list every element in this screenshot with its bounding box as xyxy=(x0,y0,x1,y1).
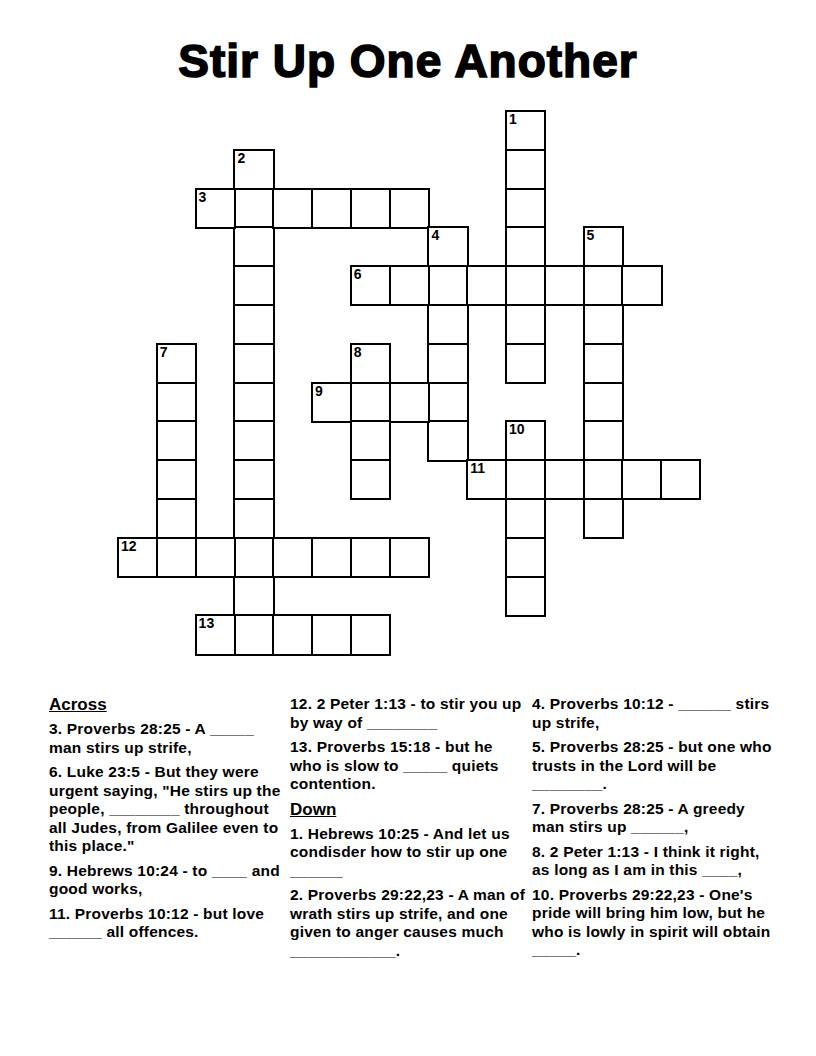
cell-r11c3[interactable] xyxy=(233,537,274,578)
cell-number-8: 8 xyxy=(354,345,362,360)
cell-r2c7[interactable] xyxy=(389,188,430,229)
cell-r4c6[interactable]: 6 xyxy=(350,265,391,306)
cell-r4c13[interactable] xyxy=(621,265,662,306)
cell-r9c3[interactable] xyxy=(233,459,274,500)
clue-across-6: 6. Luke 23:5 - But they were urgent sayi… xyxy=(49,763,286,856)
cell-number-6: 6 xyxy=(354,267,362,282)
cell-r7c8[interactable] xyxy=(427,382,468,423)
cell-r4c10[interactable] xyxy=(505,265,546,306)
cell-r10c1[interactable] xyxy=(156,498,197,539)
cell-r7c7[interactable] xyxy=(389,382,430,423)
cell-r11c6[interactable] xyxy=(350,537,391,578)
cell-r12c3[interactable] xyxy=(233,576,274,617)
cell-r9c10[interactable] xyxy=(505,459,546,500)
clue-down-5: 5. Proverbs 28:25 - but one who trusts i… xyxy=(532,738,780,794)
cell-r5c8[interactable] xyxy=(427,304,468,345)
cell-r2c5[interactable] xyxy=(311,188,352,229)
clue-down-8: 8. 2 Peter 1:13 - I think it right, as l… xyxy=(532,843,780,880)
clue-across-11: 11. Proverbs 10:12 - but love ______ all… xyxy=(49,905,286,942)
cell-r3c3[interactable] xyxy=(233,226,274,267)
clue-down-1: 1. Hebrews 10:25 - And let us condisder … xyxy=(290,825,527,881)
clue-column-3: 4. Proverbs 10:12 - ______ stirs up stri… xyxy=(532,695,780,966)
down-header: Down xyxy=(290,800,527,820)
cell-r6c1[interactable]: 7 xyxy=(156,343,197,384)
cell-r7c12[interactable] xyxy=(583,382,624,423)
cell-r12c10[interactable] xyxy=(505,576,546,617)
cell-r1c3[interactable]: 2 xyxy=(233,149,274,190)
cell-r11c5[interactable] xyxy=(311,537,352,578)
cell-r11c1[interactable] xyxy=(156,537,197,578)
cell-r4c8[interactable] xyxy=(427,265,468,306)
cell-r9c13[interactable] xyxy=(621,459,662,500)
clue-column-2: 12. 2 Peter 1:13 - to stir you up by way… xyxy=(290,695,527,966)
clue-down-2: 2. Proverbs 29:22,23 - A man of wrath st… xyxy=(290,886,527,960)
crossword-grid: 12345678910111213 xyxy=(117,110,701,656)
cell-r13c5[interactable] xyxy=(311,614,352,655)
cell-r6c6[interactable]: 8 xyxy=(350,343,391,384)
cell-r13c4[interactable] xyxy=(272,614,313,655)
cell-number-3: 3 xyxy=(199,190,207,205)
cell-r9c14[interactable] xyxy=(660,459,701,500)
cell-r4c3[interactable] xyxy=(233,265,274,306)
across-header: Across xyxy=(49,695,286,715)
cell-r4c12[interactable] xyxy=(583,265,624,306)
cell-r6c10[interactable] xyxy=(505,343,546,384)
clue-across-3: 3. Proverbs 28:25 - A _____ man stirs up… xyxy=(49,720,286,757)
cell-r5c10[interactable] xyxy=(505,304,546,345)
cell-r11c2[interactable] xyxy=(195,537,236,578)
page-title: Stir Up One Another xyxy=(0,34,816,88)
cell-r3c12[interactable]: 5 xyxy=(583,226,624,267)
cell-r9c12[interactable] xyxy=(583,459,624,500)
cell-number-10: 10 xyxy=(509,422,525,437)
cell-r13c6[interactable] xyxy=(350,614,391,655)
cell-r9c9[interactable]: 11 xyxy=(466,459,507,500)
cell-r11c10[interactable] xyxy=(505,537,546,578)
clue-column-1: Across3. Proverbs 28:25 - A _____ man st… xyxy=(49,695,286,948)
clue-across-13: 13. Proverbs 15:18 - but he who is slow … xyxy=(290,738,527,794)
cell-r5c3[interactable] xyxy=(233,304,274,345)
cell-r6c12[interactable] xyxy=(583,343,624,384)
cell-r7c5[interactable]: 9 xyxy=(311,382,352,423)
clue-across-9: 9. Hebrews 10:24 - to ____ and good work… xyxy=(49,862,286,899)
cell-r7c3[interactable] xyxy=(233,382,274,423)
clue-down-10: 10. Proverbs 29:22,23 - One's pride will… xyxy=(532,886,780,960)
cell-number-5: 5 xyxy=(587,228,595,243)
cell-number-1: 1 xyxy=(509,112,517,127)
cell-r8c3[interactable] xyxy=(233,420,274,461)
cell-r2c3[interactable] xyxy=(233,188,274,229)
cell-r6c3[interactable] xyxy=(233,343,274,384)
cell-r3c8[interactable]: 4 xyxy=(427,226,468,267)
cell-r8c1[interactable] xyxy=(156,420,197,461)
cell-r2c6[interactable] xyxy=(350,188,391,229)
cell-r5c12[interactable] xyxy=(583,304,624,345)
cell-r11c4[interactable] xyxy=(272,537,313,578)
clue-down-4: 4. Proverbs 10:12 - ______ stirs up stri… xyxy=(532,695,780,732)
cell-r8c12[interactable] xyxy=(583,420,624,461)
cell-r7c1[interactable] xyxy=(156,382,197,423)
cell-r11c7[interactable] xyxy=(389,537,430,578)
clue-across-12: 12. 2 Peter 1:13 - to stir you up by way… xyxy=(290,695,527,732)
cell-number-2: 2 xyxy=(237,151,245,166)
cell-r8c6[interactable] xyxy=(350,420,391,461)
cell-number-7: 7 xyxy=(160,345,168,360)
cell-r10c10[interactable] xyxy=(505,498,546,539)
cell-r10c12[interactable] xyxy=(583,498,624,539)
cell-number-11: 11 xyxy=(470,461,485,476)
cell-r10c3[interactable] xyxy=(233,498,274,539)
cell-number-9: 9 xyxy=(315,384,323,399)
cell-r7c6[interactable] xyxy=(350,382,391,423)
cell-r13c3[interactable] xyxy=(233,614,274,655)
cell-number-12: 12 xyxy=(121,539,137,554)
cell-number-13: 13 xyxy=(199,616,215,631)
cell-r4c11[interactable] xyxy=(544,265,585,306)
cell-r4c7[interactable] xyxy=(389,265,430,306)
cell-r1c10[interactable] xyxy=(505,149,546,190)
cell-r9c1[interactable] xyxy=(156,459,197,500)
cell-r8c8[interactable] xyxy=(427,420,468,461)
cell-r11c0[interactable]: 12 xyxy=(117,537,158,578)
cell-r9c11[interactable] xyxy=(544,459,585,500)
cell-r6c8[interactable] xyxy=(427,343,468,384)
cell-r13c2[interactable]: 13 xyxy=(195,614,236,655)
cell-r2c2[interactable]: 3 xyxy=(195,188,236,229)
cell-r4c9[interactable] xyxy=(466,265,507,306)
cell-r2c4[interactable] xyxy=(272,188,313,229)
cell-r9c6[interactable] xyxy=(350,459,391,500)
cell-r3c10[interactable] xyxy=(505,226,546,267)
cell-r2c10[interactable] xyxy=(505,188,546,229)
clue-down-7: 7. Proverbs 28:25 - A greedy man stirs u… xyxy=(532,800,780,837)
cell-number-4: 4 xyxy=(431,228,439,243)
cell-r8c10[interactable]: 10 xyxy=(505,420,546,461)
cell-r0c10[interactable]: 1 xyxy=(505,110,546,151)
